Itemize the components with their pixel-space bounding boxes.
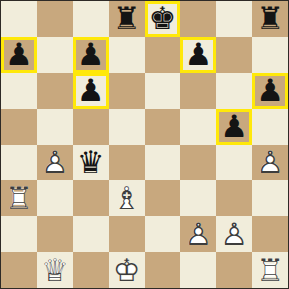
white-queen-fill-icon: ♛ — [37, 252, 73, 288]
white-pawn-icon: ♙ — [252, 145, 288, 181]
square-g1[interactable] — [216, 252, 252, 288]
square-b3[interactable] — [37, 180, 73, 216]
square-a4[interactable] — [1, 145, 37, 181]
white-pawn-fill-icon: ♟ — [37, 145, 73, 181]
square-e3[interactable] — [145, 180, 181, 216]
white-bishop-icon: ♗ — [109, 180, 145, 216]
black-rook-icon: ♜ — [252, 1, 288, 37]
square-f2[interactable]: ♟♙ — [180, 216, 216, 252]
piece-white-pawn[interactable]: ♟♙ — [252, 145, 288, 181]
piece-black-rook[interactable]: ♜ — [252, 1, 288, 37]
square-g7[interactable] — [216, 37, 252, 73]
square-e4[interactable] — [145, 145, 181, 181]
piece-white-queen[interactable]: ♛♕ — [37, 252, 73, 288]
piece-white-pawn[interactable]: ♟♙ — [180, 216, 216, 252]
square-h2[interactable] — [252, 216, 288, 252]
piece-black-king[interactable]: ♚ — [145, 1, 181, 37]
square-c1[interactable] — [73, 252, 109, 288]
white-pawn-icon: ♙ — [216, 216, 252, 252]
piece-black-pawn[interactable]: ♟ — [180, 37, 216, 73]
square-e1[interactable] — [145, 252, 181, 288]
white-rook-fill-icon: ♜ — [252, 252, 288, 288]
square-g8[interactable] — [216, 1, 252, 37]
square-b2[interactable] — [37, 216, 73, 252]
piece-white-rook[interactable]: ♜♖ — [1, 180, 37, 216]
piece-black-pawn[interactable]: ♟ — [216, 109, 252, 145]
chess-board: ♜♚♜♟♟♟♟♟♟♟♙♛♟♙♜♖♝♗♟♙♟♙♛♕♚♔♜♖ — [0, 0, 289, 289]
piece-black-pawn[interactable]: ♟ — [73, 73, 109, 109]
square-g4[interactable] — [216, 145, 252, 181]
black-pawn-icon: ♟ — [73, 73, 109, 109]
square-a5[interactable] — [1, 109, 37, 145]
white-pawn-fill-icon: ♟ — [216, 216, 252, 252]
black-king-icon: ♚ — [145, 1, 181, 37]
square-c3[interactable] — [73, 180, 109, 216]
white-queen-icon: ♕ — [37, 252, 73, 288]
square-a8[interactable] — [1, 1, 37, 37]
white-king-icon: ♔ — [109, 252, 145, 288]
square-c6[interactable]: ♟ — [73, 73, 109, 109]
square-h4[interactable]: ♟♙ — [252, 145, 288, 181]
square-f4[interactable] — [180, 145, 216, 181]
square-d3[interactable]: ♝♗ — [109, 180, 145, 216]
square-c2[interactable] — [73, 216, 109, 252]
square-b8[interactable] — [37, 1, 73, 37]
square-d2[interactable] — [109, 216, 145, 252]
square-e5[interactable] — [145, 109, 181, 145]
square-f3[interactable] — [180, 180, 216, 216]
piece-black-pawn[interactable]: ♟ — [73, 37, 109, 73]
black-queen-icon: ♛ — [73, 145, 109, 181]
square-b7[interactable] — [37, 37, 73, 73]
white-rook-icon: ♖ — [1, 180, 37, 216]
square-h8[interactable]: ♜ — [252, 1, 288, 37]
black-rook-icon: ♜ — [109, 1, 145, 37]
square-g6[interactable] — [216, 73, 252, 109]
square-d1[interactable]: ♚♔ — [109, 252, 145, 288]
piece-white-bishop[interactable]: ♝♗ — [109, 180, 145, 216]
square-e2[interactable] — [145, 216, 181, 252]
square-e8[interactable]: ♚ — [145, 1, 181, 37]
white-pawn-fill-icon: ♟ — [180, 216, 216, 252]
square-d5[interactable] — [109, 109, 145, 145]
square-h3[interactable] — [252, 180, 288, 216]
black-pawn-icon: ♟ — [73, 37, 109, 73]
square-c4[interactable]: ♛ — [73, 145, 109, 181]
square-a3[interactable]: ♜♖ — [1, 180, 37, 216]
square-a1[interactable] — [1, 252, 37, 288]
square-d7[interactable] — [109, 37, 145, 73]
square-b6[interactable] — [37, 73, 73, 109]
square-f7[interactable]: ♟ — [180, 37, 216, 73]
square-a7[interactable]: ♟ — [1, 37, 37, 73]
square-d4[interactable] — [109, 145, 145, 181]
piece-black-queen[interactable]: ♛ — [73, 145, 109, 181]
square-h6[interactable]: ♟ — [252, 73, 288, 109]
square-f8[interactable] — [180, 1, 216, 37]
white-pawn-icon: ♙ — [180, 216, 216, 252]
piece-white-king[interactable]: ♚♔ — [109, 252, 145, 288]
black-pawn-icon: ♟ — [252, 73, 288, 109]
square-e6[interactable] — [145, 73, 181, 109]
black-pawn-icon: ♟ — [1, 37, 37, 73]
square-h1[interactable]: ♜♖ — [252, 252, 288, 288]
square-c5[interactable] — [73, 109, 109, 145]
square-c8[interactable] — [73, 1, 109, 37]
piece-black-rook[interactable]: ♜ — [109, 1, 145, 37]
square-h7[interactable] — [252, 37, 288, 73]
white-pawn-fill-icon: ♟ — [252, 145, 288, 181]
white-rook-fill-icon: ♜ — [1, 180, 37, 216]
square-e7[interactable] — [145, 37, 181, 73]
square-g3[interactable] — [216, 180, 252, 216]
square-g2[interactable]: ♟♙ — [216, 216, 252, 252]
square-b5[interactable] — [37, 109, 73, 145]
piece-white-rook[interactable]: ♜♖ — [252, 252, 288, 288]
piece-white-pawn[interactable]: ♟♙ — [37, 145, 73, 181]
white-pawn-icon: ♙ — [37, 145, 73, 181]
square-f1[interactable] — [180, 252, 216, 288]
white-bishop-fill-icon: ♝ — [109, 180, 145, 216]
square-a6[interactable] — [1, 73, 37, 109]
square-d6[interactable] — [109, 73, 145, 109]
piece-white-pawn[interactable]: ♟♙ — [216, 216, 252, 252]
white-king-fill-icon: ♚ — [109, 252, 145, 288]
square-b1[interactable]: ♛♕ — [37, 252, 73, 288]
black-pawn-icon: ♟ — [216, 109, 252, 145]
black-pawn-icon: ♟ — [180, 37, 216, 73]
square-f6[interactable] — [180, 73, 216, 109]
square-g5[interactable]: ♟ — [216, 109, 252, 145]
square-c7[interactable]: ♟ — [73, 37, 109, 73]
piece-black-pawn[interactable]: ♟ — [252, 73, 288, 109]
square-b4[interactable]: ♟♙ — [37, 145, 73, 181]
piece-black-pawn[interactable]: ♟ — [1, 37, 37, 73]
square-h5[interactable] — [252, 109, 288, 145]
square-a2[interactable] — [1, 216, 37, 252]
square-d8[interactable]: ♜ — [109, 1, 145, 37]
white-rook-icon: ♖ — [252, 252, 288, 288]
square-f5[interactable] — [180, 109, 216, 145]
